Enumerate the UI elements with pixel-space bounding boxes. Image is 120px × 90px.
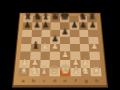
file-label-f: f — [70, 79, 81, 83]
square-e5[interactable] — [60, 37, 70, 44]
black-bishop-piece[interactable]: ♝ — [31, 41, 40, 51]
black-pawn-piece[interactable]: ♟ — [80, 21, 87, 29]
square-e8[interactable]: ♚ — [60, 16, 69, 23]
square-f1[interactable]: ♝ — [70, 68, 81, 77]
square-g1[interactable]: ♞ — [80, 68, 91, 77]
square-b7[interactable]: ♟ — [32, 23, 42, 30]
square-e3[interactable]: ♟ — [60, 52, 70, 60]
black-pawn-piece[interactable]: ♟ — [71, 21, 78, 29]
square-a6[interactable] — [22, 30, 32, 37]
black-pawn-piece[interactable]: ♟ — [43, 21, 50, 29]
white-pawn-piece[interactable]: ♟ — [51, 43, 58, 51]
square-a7[interactable]: ♟ — [23, 23, 33, 30]
file-labels: abcdefgh — [18, 77, 103, 85]
board-tilt-wrapper: ♜♞♝♛♚♞♜♟♟♟♟♟♟♟♟♝♟♟♟♟♟♟♟♟♜♞♝♛♚♝♞♜ abcdefg… — [12, 13, 108, 88]
board-frame: ♜♞♝♛♚♞♜♟♟♟♟♟♟♟♟♝♟♟♟♟♟♟♟♟♜♞♝♛♚♝♞♜ abcdefg… — [12, 13, 108, 88]
square-c1[interactable]: ♝ — [39, 68, 50, 77]
square-g6[interactable] — [79, 30, 89, 37]
square-h7[interactable]: ♟ — [88, 23, 98, 30]
white-bishop-piece[interactable]: ♝ — [40, 65, 50, 76]
square-b1[interactable]: ♞ — [29, 68, 40, 77]
square-d3[interactable] — [50, 52, 60, 60]
square-c6[interactable] — [41, 30, 51, 37]
white-pawn-piece[interactable]: ♟ — [42, 43, 49, 51]
square-a4[interactable] — [21, 44, 31, 52]
white-pawn-piece[interactable]: ♟ — [61, 51, 68, 59]
chess-app-window: ♜♞♝♛♚♞♜♟♟♟♟♟♟♟♟♝♟♟♟♟♟♟♟♟♜♞♝♛♚♝♞♜ abcdefg… — [0, 0, 120, 90]
square-h4[interactable]: ♟ — [89, 44, 99, 52]
white-knight-piece[interactable]: ♞ — [29, 65, 39, 76]
square-e6[interactable]: ♟ — [60, 30, 70, 37]
file-label-d: d — [49, 79, 60, 83]
file-label-b: b — [28, 79, 39, 83]
square-c4[interactable]: ♟ — [40, 44, 50, 52]
square-g5[interactable] — [79, 37, 89, 44]
white-king-piece[interactable]: ♚ — [59, 63, 70, 76]
white-rook-piece[interactable]: ♜ — [92, 66, 101, 76]
square-h1[interactable]: ♜ — [91, 68, 102, 77]
white-queen-piece[interactable]: ♛ — [50, 64, 61, 76]
square-f4[interactable] — [70, 44, 80, 52]
square-e1[interactable]: ♚ — [60, 68, 70, 77]
square-c7[interactable]: ♟ — [41, 23, 51, 30]
square-a1[interactable]: ♜ — [18, 68, 29, 77]
white-rook-piece[interactable]: ♜ — [19, 66, 28, 76]
file-label-g: g — [81, 79, 92, 83]
file-label-a: a — [18, 79, 29, 83]
square-g7[interactable]: ♟ — [78, 23, 88, 30]
square-d7[interactable] — [51, 23, 60, 30]
black-pawn-piece[interactable]: ♟ — [24, 21, 31, 29]
square-h6[interactable] — [88, 30, 98, 37]
square-h3[interactable] — [90, 52, 101, 60]
square-c3[interactable] — [40, 52, 50, 60]
black-king-piece[interactable]: ♚ — [60, 11, 70, 22]
square-b6[interactable] — [31, 30, 41, 37]
square-f5[interactable] — [70, 37, 80, 44]
square-d1[interactable]: ♛ — [50, 68, 60, 77]
white-bishop-piece[interactable]: ♝ — [71, 65, 81, 76]
square-b4[interactable]: ♝ — [30, 44, 40, 52]
file-label-c: c — [39, 79, 50, 83]
white-pawn-piece[interactable]: ♟ — [91, 43, 98, 51]
white-knight-piece[interactable]: ♞ — [81, 65, 91, 76]
square-d8[interactable]: ♛ — [51, 16, 60, 23]
file-label-h: h — [91, 79, 102, 83]
black-pawn-piece[interactable]: ♟ — [61, 28, 68, 36]
square-a5[interactable] — [21, 37, 31, 44]
black-pawn-piece[interactable]: ♟ — [33, 21, 40, 29]
square-f6[interactable] — [69, 30, 79, 37]
square-g4[interactable] — [79, 44, 89, 52]
board-grid: ♜♞♝♛♚♞♜♟♟♟♟♟♟♟♟♝♟♟♟♟♟♟♟♟♜♞♝♛♚♝♞♜ — [18, 16, 101, 76]
square-d4[interactable]: ♟ — [50, 44, 60, 52]
square-f7[interactable]: ♟ — [69, 23, 79, 30]
file-label-e: e — [60, 79, 71, 83]
black-pawn-piece[interactable]: ♟ — [89, 21, 96, 29]
